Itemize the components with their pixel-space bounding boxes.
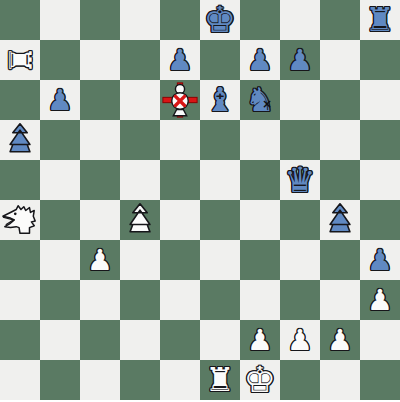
square-e7[interactable] <box>160 120 200 160</box>
square-j4[interactable]: ♟ <box>360 240 400 280</box>
square-j10[interactable]: ♜ <box>360 0 400 40</box>
square-b3[interactable] <box>40 280 80 320</box>
square-i10[interactable] <box>320 0 360 40</box>
square-e9[interactable]: ♟ <box>160 40 200 80</box>
square-g8[interactable]: ♞× <box>240 80 280 120</box>
white-king-g1[interactable]: ♚ <box>240 360 280 400</box>
square-j6[interactable] <box>360 160 400 200</box>
square-c1[interactable] <box>80 360 120 400</box>
square-e2[interactable] <box>160 320 200 360</box>
square-g1[interactable]: ♚ <box>240 360 280 400</box>
square-j2[interactable] <box>360 320 400 360</box>
square-f7[interactable] <box>200 120 240 160</box>
chess-board: ♚♜♜♟♟♟♟♝♞×♛♟♟♟♟♟♟♜♚ <box>0 0 400 400</box>
square-b4[interactable] <box>40 240 80 280</box>
square-c6[interactable] <box>80 160 120 200</box>
square-g10[interactable] <box>240 0 280 40</box>
square-e10[interactable] <box>160 0 200 40</box>
square-i5[interactable] <box>320 200 360 240</box>
square-g6[interactable] <box>240 160 280 200</box>
square-e1[interactable] <box>160 360 200 400</box>
square-c3[interactable] <box>80 280 120 320</box>
square-b10[interactable] <box>40 0 80 40</box>
square-j5[interactable] <box>360 200 400 240</box>
square-i1[interactable] <box>320 360 360 400</box>
white-pawn-h2[interactable]: ♟ <box>280 320 320 360</box>
black-double-chevron-pawn-a7[interactable] <box>0 120 40 160</box>
square-a9[interactable]: ♜ <box>0 40 40 80</box>
square-i4[interactable] <box>320 240 360 280</box>
black-pawn-j4[interactable]: ♟ <box>360 240 400 280</box>
black-double-chevron-pawn-i5[interactable] <box>320 200 360 240</box>
square-i6[interactable] <box>320 160 360 200</box>
square-h5[interactable] <box>280 200 320 240</box>
white-pawn-red-cross-x-marked-e8[interactable] <box>160 80 200 120</box>
square-a4[interactable] <box>0 240 40 280</box>
square-a7[interactable] <box>0 120 40 160</box>
square-e4[interactable] <box>160 240 200 280</box>
square-h8[interactable] <box>280 80 320 120</box>
black-knight-x-marked-g8[interactable]: ♞× <box>240 80 280 120</box>
square-e8[interactable] <box>160 80 200 120</box>
square-c10[interactable] <box>80 0 120 40</box>
square-d4[interactable] <box>120 240 160 280</box>
square-f3[interactable] <box>200 280 240 320</box>
square-b9[interactable] <box>40 40 80 80</box>
square-d7[interactable] <box>120 120 160 160</box>
square-h4[interactable] <box>280 240 320 280</box>
square-g3[interactable] <box>240 280 280 320</box>
square-g9[interactable]: ♟ <box>240 40 280 80</box>
square-a2[interactable] <box>0 320 40 360</box>
black-rook-j10[interactable]: ♜ <box>360 0 400 40</box>
square-f1[interactable]: ♜ <box>200 360 240 400</box>
square-h6[interactable]: ♛ <box>280 160 320 200</box>
square-f5[interactable] <box>200 200 240 240</box>
square-d6[interactable] <box>120 160 160 200</box>
square-d1[interactable] <box>120 360 160 400</box>
square-c4[interactable]: ♟ <box>80 240 120 280</box>
square-j9[interactable] <box>360 40 400 80</box>
square-f10[interactable]: ♚ <box>200 0 240 40</box>
black-pawn-h9[interactable]: ♟ <box>280 40 320 80</box>
square-e6[interactable] <box>160 160 200 200</box>
square-a8[interactable] <box>0 80 40 120</box>
white-rook-f1[interactable]: ♜ <box>200 360 240 400</box>
square-h3[interactable] <box>280 280 320 320</box>
square-d2[interactable] <box>120 320 160 360</box>
square-i7[interactable] <box>320 120 360 160</box>
square-f2[interactable] <box>200 320 240 360</box>
square-a3[interactable] <box>0 280 40 320</box>
marked-pawn-icon <box>161 81 199 119</box>
square-j3[interactable]: ♟ <box>360 280 400 320</box>
square-b1[interactable] <box>40 360 80 400</box>
white-pawn-j3[interactable]: ♟ <box>360 280 400 320</box>
square-d10[interactable] <box>120 0 160 40</box>
square-j8[interactable] <box>360 80 400 120</box>
square-f4[interactable] <box>200 240 240 280</box>
square-j7[interactable] <box>360 120 400 160</box>
square-c8[interactable] <box>80 80 120 120</box>
square-c5[interactable] <box>80 200 120 240</box>
square-b8[interactable]: ♟ <box>40 80 80 120</box>
white-wolf-head-a5[interactable] <box>0 200 40 240</box>
sideways-rook-icon: ♜ <box>0 46 40 74</box>
black-queen-h6[interactable]: ♛ <box>280 160 320 200</box>
berolina-pawn-icon <box>2 122 38 158</box>
white-cannon-sideways-rook-a9[interactable]: ♜ <box>0 40 40 80</box>
square-j1[interactable] <box>360 360 400 400</box>
white-pawn-i2[interactable]: ♟ <box>320 320 360 360</box>
square-c2[interactable] <box>80 320 120 360</box>
square-h2[interactable]: ♟ <box>280 320 320 360</box>
square-a6[interactable] <box>0 160 40 200</box>
square-i2[interactable]: ♟ <box>320 320 360 360</box>
square-e3[interactable] <box>160 280 200 320</box>
square-c9[interactable] <box>80 40 120 80</box>
berolina-pawn-icon <box>122 202 158 238</box>
square-d9[interactable] <box>120 40 160 80</box>
square-b7[interactable] <box>40 120 80 160</box>
square-i3[interactable] <box>320 280 360 320</box>
square-i8[interactable] <box>320 80 360 120</box>
square-a5[interactable] <box>0 200 40 240</box>
square-b6[interactable] <box>40 160 80 200</box>
square-d5[interactable] <box>120 200 160 240</box>
square-c7[interactable] <box>80 120 120 160</box>
black-pawn-g9[interactable]: ♟ <box>240 40 280 80</box>
square-h10[interactable] <box>280 0 320 40</box>
square-h9[interactable]: ♟ <box>280 40 320 80</box>
square-g4[interactable] <box>240 240 280 280</box>
berolina-pawn-icon <box>322 202 358 238</box>
black-bishop-f8[interactable]: ♝ <box>200 80 240 120</box>
square-g2[interactable]: ♟ <box>240 320 280 360</box>
square-d3[interactable] <box>120 280 160 320</box>
x-mark-icon: × <box>262 98 272 110</box>
white-pawn-c4[interactable]: ♟ <box>80 240 120 280</box>
square-f6[interactable] <box>200 160 240 200</box>
black-king-f10[interactable]: ♚ <box>200 0 240 40</box>
square-f8[interactable]: ♝ <box>200 80 240 120</box>
square-b5[interactable] <box>40 200 80 240</box>
white-pawn-g2[interactable]: ♟ <box>240 320 280 360</box>
black-pawn-b8[interactable]: ♟ <box>40 80 80 120</box>
square-f9[interactable] <box>200 40 240 80</box>
square-a1[interactable] <box>0 360 40 400</box>
square-h7[interactable] <box>280 120 320 160</box>
white-double-chevron-pawn-d5[interactable] <box>120 200 160 240</box>
square-e5[interactable] <box>160 200 200 240</box>
square-d8[interactable] <box>120 80 160 120</box>
wolf-icon <box>1 201 39 239</box>
square-g5[interactable] <box>240 200 280 240</box>
square-i9[interactable] <box>320 40 360 80</box>
square-b2[interactable] <box>40 320 80 360</box>
square-a10[interactable] <box>0 0 40 40</box>
square-g7[interactable] <box>240 120 280 160</box>
square-h1[interactable] <box>280 360 320 400</box>
black-pawn-e9[interactable]: ♟ <box>160 40 200 80</box>
